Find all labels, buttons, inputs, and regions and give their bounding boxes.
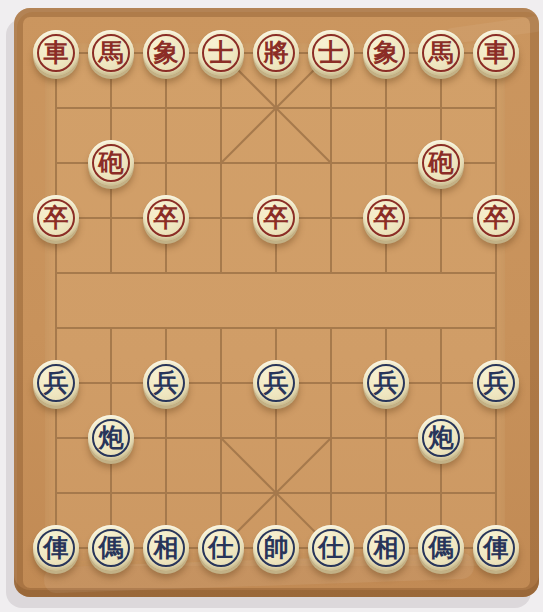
piece-red-elephant[interactable]: 相 [143, 525, 189, 571]
piece-glyph: 砲 [99, 150, 124, 175]
piece-red-advisor[interactable]: 仕 [198, 525, 244, 571]
piece-red-cannon[interactable]: 炮 [418, 415, 464, 461]
piece-ring: 卒 [37, 199, 75, 237]
piece-black-horse[interactable]: 馬 [418, 30, 464, 76]
piece-glyph: 俥 [44, 535, 69, 560]
piece-black-general[interactable]: 將 [253, 30, 299, 76]
piece-black-cannon[interactable]: 砲 [88, 140, 134, 186]
piece-ring: 砲 [92, 144, 130, 182]
piece-ring: 卒 [257, 199, 295, 237]
piece-glyph: 相 [154, 535, 179, 560]
piece-ring: 馬 [422, 34, 460, 72]
piece-glyph: 炮 [99, 425, 124, 450]
piece-glyph: 仕 [319, 535, 344, 560]
piece-red-cannon[interactable]: 炮 [88, 415, 134, 461]
piece-red-soldier[interactable]: 兵 [473, 360, 519, 406]
piece-ring: 士 [202, 34, 240, 72]
piece-glyph: 士 [209, 40, 234, 65]
piece-glyph: 兵 [44, 370, 69, 395]
piece-black-cannon[interactable]: 砲 [418, 140, 464, 186]
piece-ring: 兵 [37, 364, 75, 402]
piece-black-soldier[interactable]: 卒 [253, 195, 299, 241]
piece-glyph: 馬 [99, 40, 124, 65]
piece-ring: 象 [147, 34, 185, 72]
piece-glyph: 車 [44, 40, 69, 65]
piece-black-elephant[interactable]: 象 [363, 30, 409, 76]
piece-black-chariot[interactable]: 車 [473, 30, 519, 76]
piece-ring: 卒 [477, 199, 515, 237]
pieces-layer: 車馬象士將士象馬車砲砲卒卒卒卒卒兵兵兵兵兵炮炮俥傌相仕帥仕相傌俥 [0, 0, 543, 612]
piece-glyph: 卒 [264, 205, 289, 230]
piece-black-elephant[interactable]: 象 [143, 30, 189, 76]
piece-ring: 卒 [147, 199, 185, 237]
piece-glyph: 兵 [154, 370, 179, 395]
piece-ring: 車 [37, 34, 75, 72]
piece-glyph: 砲 [429, 150, 454, 175]
piece-ring: 馬 [92, 34, 130, 72]
piece-ring: 象 [367, 34, 405, 72]
piece-glyph: 俥 [484, 535, 509, 560]
piece-ring: 將 [257, 34, 295, 72]
piece-red-horse[interactable]: 傌 [88, 525, 134, 571]
piece-ring: 仕 [312, 529, 350, 567]
piece-ring: 傌 [92, 529, 130, 567]
piece-ring: 炮 [422, 419, 460, 457]
piece-glyph: 兵 [484, 370, 509, 395]
piece-glyph: 帥 [264, 535, 289, 560]
piece-ring: 士 [312, 34, 350, 72]
piece-ring: 俥 [477, 529, 515, 567]
piece-glyph: 相 [374, 535, 399, 560]
piece-black-chariot[interactable]: 車 [33, 30, 79, 76]
piece-glyph: 卒 [44, 205, 69, 230]
piece-ring: 兵 [257, 364, 295, 402]
piece-red-elephant[interactable]: 相 [363, 525, 409, 571]
piece-glyph: 將 [264, 40, 289, 65]
piece-glyph: 卒 [154, 205, 179, 230]
piece-red-soldier[interactable]: 兵 [33, 360, 79, 406]
piece-red-advisor[interactable]: 仕 [308, 525, 354, 571]
piece-ring: 卒 [367, 199, 405, 237]
piece-ring: 相 [147, 529, 185, 567]
piece-glyph: 象 [154, 40, 179, 65]
piece-ring: 傌 [422, 529, 460, 567]
piece-ring: 兵 [147, 364, 185, 402]
piece-ring: 炮 [92, 419, 130, 457]
piece-red-soldier[interactable]: 兵 [363, 360, 409, 406]
piece-glyph: 象 [374, 40, 399, 65]
piece-red-chariot[interactable]: 俥 [33, 525, 79, 571]
piece-glyph: 卒 [374, 205, 399, 230]
piece-glyph: 仕 [209, 535, 234, 560]
piece-red-general[interactable]: 帥 [253, 525, 299, 571]
piece-glyph: 傌 [99, 535, 124, 560]
piece-black-advisor[interactable]: 士 [198, 30, 244, 76]
piece-glyph: 馬 [429, 40, 454, 65]
piece-glyph: 炮 [429, 425, 454, 450]
piece-black-horse[interactable]: 馬 [88, 30, 134, 76]
piece-ring: 兵 [367, 364, 405, 402]
piece-ring: 兵 [477, 364, 515, 402]
piece-red-soldier[interactable]: 兵 [143, 360, 189, 406]
piece-black-soldier[interactable]: 卒 [33, 195, 79, 241]
piece-glyph: 兵 [374, 370, 399, 395]
piece-glyph: 傌 [429, 535, 454, 560]
xiangqi-app: 車馬象士將士象馬車砲砲卒卒卒卒卒兵兵兵兵兵炮炮俥傌相仕帥仕相傌俥 [0, 0, 543, 612]
piece-black-soldier[interactable]: 卒 [363, 195, 409, 241]
piece-black-soldier[interactable]: 卒 [143, 195, 189, 241]
piece-ring: 俥 [37, 529, 75, 567]
piece-black-advisor[interactable]: 士 [308, 30, 354, 76]
piece-ring: 相 [367, 529, 405, 567]
piece-ring: 帥 [257, 529, 295, 567]
piece-ring: 砲 [422, 144, 460, 182]
piece-red-chariot[interactable]: 俥 [473, 525, 519, 571]
piece-black-soldier[interactable]: 卒 [473, 195, 519, 241]
piece-glyph: 士 [319, 40, 344, 65]
piece-ring: 車 [477, 34, 515, 72]
piece-ring: 仕 [202, 529, 240, 567]
piece-glyph: 卒 [484, 205, 509, 230]
piece-glyph: 兵 [264, 370, 289, 395]
piece-red-horse[interactable]: 傌 [418, 525, 464, 571]
piece-glyph: 車 [484, 40, 509, 65]
piece-red-soldier[interactable]: 兵 [253, 360, 299, 406]
